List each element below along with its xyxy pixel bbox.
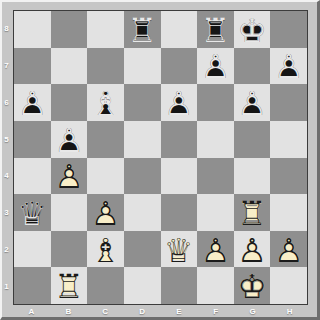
rank-label-2: 2: [0, 231, 13, 268]
piece-black-pawn[interactable]: ♟♙: [51, 121, 88, 158]
square-c2[interactable]: ♝♗: [87, 231, 124, 268]
file-label-g: G: [234, 305, 271, 318]
piece-glyph-line: ♙: [51, 158, 88, 195]
square-d8[interactable]: ♜♖: [124, 11, 161, 48]
square-c4[interactable]: [87, 158, 124, 195]
piece-glyph-line: ♙: [161, 85, 198, 122]
square-c8[interactable]: [87, 11, 124, 48]
piece-black-pawn[interactable]: ♟♙: [197, 48, 234, 85]
piece-glyph-line: ♖: [51, 268, 88, 305]
square-f5[interactable]: [197, 121, 234, 158]
piece-glyph-line: ♙: [14, 85, 51, 122]
square-g1[interactable]: ♚♔: [234, 267, 271, 304]
square-c3[interactable]: ♟♙: [87, 194, 124, 231]
piece-white-king[interactable]: ♚♔: [234, 267, 271, 304]
file-labels: ABCDEFGH: [13, 305, 308, 318]
piece-glyph-line: ♙: [197, 231, 234, 268]
square-f6[interactable]: [197, 84, 234, 121]
piece-glyph-line: ♙: [51, 121, 88, 158]
square-e2[interactable]: ♛♕: [161, 231, 198, 268]
piece-black-bishop[interactable]: ♝♗: [87, 84, 124, 121]
square-f3[interactable]: [197, 194, 234, 231]
square-h2[interactable]: ♟♙: [270, 231, 307, 268]
square-b1[interactable]: ♜♖: [51, 267, 88, 304]
piece-glyph-line: ♔: [234, 12, 271, 49]
piece-glyph-line: ♙: [234, 85, 271, 122]
rank-label-6: 6: [0, 84, 13, 121]
square-e7[interactable]: [161, 48, 198, 85]
square-d7[interactable]: [124, 48, 161, 85]
square-b4[interactable]: ♟♙: [51, 158, 88, 195]
square-d3[interactable]: [124, 194, 161, 231]
piece-white-pawn[interactable]: ♟♙: [51, 158, 88, 195]
file-label-h: H: [271, 305, 308, 318]
piece-black-pawn[interactable]: ♟♙: [14, 84, 51, 121]
square-b2[interactable]: [51, 231, 88, 268]
rank-label-5: 5: [0, 121, 13, 158]
square-f2[interactable]: ♟♙: [197, 231, 234, 268]
rank-label-8: 8: [0, 10, 13, 47]
piece-glyph-line: ♔: [234, 268, 271, 305]
square-d5[interactable]: [124, 121, 161, 158]
square-a5[interactable]: [14, 121, 51, 158]
square-h5[interactable]: [270, 121, 307, 158]
piece-glyph-line: ♖: [197, 12, 234, 49]
rank-label-1: 1: [0, 268, 13, 305]
piece-white-pawn[interactable]: ♟♙: [197, 231, 234, 268]
square-a1[interactable]: [14, 267, 51, 304]
square-b5[interactable]: ♟♙: [51, 121, 88, 158]
piece-glyph-line: ♙: [87, 195, 124, 232]
piece-black-queen[interactable]: ♛♕: [14, 194, 51, 231]
square-f4[interactable]: [197, 158, 234, 195]
square-d2[interactable]: [124, 231, 161, 268]
square-f8[interactable]: ♜♖: [197, 11, 234, 48]
piece-black-rook[interactable]: ♜♖: [124, 11, 161, 48]
square-c6[interactable]: ♝♗: [87, 84, 124, 121]
piece-black-rook[interactable]: ♜♖: [197, 11, 234, 48]
piece-glyph-line: ♙: [270, 48, 307, 85]
rank-label-4: 4: [0, 158, 13, 195]
rank-label-3: 3: [0, 194, 13, 231]
piece-black-king[interactable]: ♚♔: [234, 11, 271, 48]
square-b3[interactable]: [51, 194, 88, 231]
square-c1[interactable]: [87, 267, 124, 304]
square-g4[interactable]: [234, 158, 271, 195]
square-b7[interactable]: [51, 48, 88, 85]
piece-glyph-line: ♙: [197, 48, 234, 85]
square-e8[interactable]: [161, 11, 198, 48]
piece-glyph-line: ♙: [270, 231, 307, 268]
square-g6[interactable]: ♟♙: [234, 84, 271, 121]
square-h3[interactable]: [270, 194, 307, 231]
square-a7[interactable]: [14, 48, 51, 85]
square-b6[interactable]: [51, 84, 88, 121]
file-label-a: A: [13, 305, 50, 318]
rank-labels: 87654321: [0, 10, 13, 305]
piece-white-pawn[interactable]: ♟♙: [234, 231, 271, 268]
piece-white-rook[interactable]: ♜♖: [51, 267, 88, 304]
square-d4[interactable]: [124, 158, 161, 195]
square-e5[interactable]: [161, 121, 198, 158]
file-label-d: D: [124, 305, 161, 318]
square-f1[interactable]: [197, 267, 234, 304]
square-g7[interactable]: [234, 48, 271, 85]
square-a4[interactable]: [14, 158, 51, 195]
file-label-e: E: [161, 305, 198, 318]
piece-white-pawn[interactable]: ♟♙: [87, 194, 124, 231]
square-f7[interactable]: ♟♙: [197, 48, 234, 85]
piece-glyph-line: ♗: [87, 85, 124, 122]
piece-white-bishop[interactable]: ♝♗: [87, 231, 124, 268]
rank-label-7: 7: [0, 47, 13, 84]
file-label-c: C: [87, 305, 124, 318]
piece-glyph-line: ♕: [14, 195, 51, 232]
square-e3[interactable]: [161, 194, 198, 231]
square-d6[interactable]: [124, 84, 161, 121]
piece-white-pawn[interactable]: ♟♙: [270, 231, 307, 268]
piece-glyph-line: ♖: [124, 12, 161, 49]
piece-black-pawn[interactable]: ♟♙: [234, 84, 271, 121]
square-g5[interactable]: [234, 121, 271, 158]
square-a3[interactable]: ♛♕: [14, 194, 51, 231]
square-a2[interactable]: [14, 231, 51, 268]
piece-glyph-line: ♕: [161, 231, 198, 268]
piece-white-rook[interactable]: ♜♖: [234, 194, 271, 231]
piece-white-queen[interactable]: ♛♕: [161, 231, 198, 268]
square-a8[interactable]: [14, 11, 51, 48]
square-d1[interactable]: [124, 267, 161, 304]
square-g2[interactable]: ♟♙: [234, 231, 271, 268]
piece-glyph-line: ♙: [234, 231, 271, 268]
piece-glyph-line: ♗: [87, 231, 124, 268]
square-e4[interactable]: [161, 158, 198, 195]
square-h7[interactable]: ♟♙: [270, 48, 307, 85]
square-b8[interactable]: [51, 11, 88, 48]
square-h6[interactable]: [270, 84, 307, 121]
square-h4[interactable]: [270, 158, 307, 195]
file-label-f: F: [197, 305, 234, 318]
square-g8[interactable]: ♚♔: [234, 11, 271, 48]
piece-glyph-line: ♖: [234, 195, 271, 232]
square-e6[interactable]: ♟♙: [161, 84, 198, 121]
square-h8[interactable]: [270, 11, 307, 48]
chess-board: ♜♖♜♖♚♔♟♙♟♙♟♙♝♗♟♙♟♙♟♙♟♙♛♕♟♙♜♖♝♗♛♕♟♙♟♙♟♙♜♖…: [13, 10, 308, 305]
piece-black-pawn[interactable]: ♟♙: [270, 48, 307, 85]
square-a6[interactable]: ♟♙: [14, 84, 51, 121]
square-g3[interactable]: ♜♖: [234, 194, 271, 231]
square-h1[interactable]: [270, 267, 307, 304]
square-c7[interactable]: [87, 48, 124, 85]
piece-black-pawn[interactable]: ♟♙: [161, 84, 198, 121]
square-e1[interactable]: [161, 267, 198, 304]
square-c5[interactable]: [87, 121, 124, 158]
file-label-b: B: [50, 305, 87, 318]
